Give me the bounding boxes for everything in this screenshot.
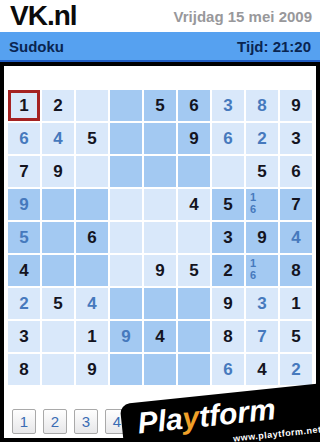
sudoku-cell-r1c5[interactable]: 5 [144, 90, 176, 121]
sudoku-cell-r7c3[interactable]: 4 [76, 288, 108, 319]
sudoku-cell-r9c5[interactable] [144, 354, 176, 385]
sudoku-cell-r9c7[interactable]: 6 [212, 354, 244, 385]
sudoku-cell-r8c4[interactable]: 9 [110, 321, 142, 352]
sudoku-cell-r2c3[interactable]: 5 [76, 123, 108, 154]
sudoku-cell-r1c4[interactable] [110, 90, 142, 121]
timer-label: Tijd: 21:20 [237, 38, 311, 55]
sudoku-cell-r5c8[interactable]: 9 [246, 222, 278, 253]
sudoku-cell-r6c7[interactable]: 2 [212, 255, 244, 286]
sudoku-cell-r2c4[interactable] [110, 123, 142, 154]
sudoku-cell-r6c5[interactable]: 9 [144, 255, 176, 286]
sudoku-cell-r2c9[interactable]: 3 [280, 123, 312, 154]
app-header: VK.nl Vrijdag 15 mei 2009 [0, 0, 320, 32]
sudoku-cell-r3c6[interactable] [178, 156, 210, 187]
sudoku-cell-r8c8[interactable]: 7 [246, 321, 278, 352]
number-button-1[interactable]: 1 [12, 409, 36, 434]
sudoku-cell-r5c5[interactable] [144, 222, 176, 253]
sudoku-cell-r5c7[interactable]: 3 [212, 222, 244, 253]
sudoku-cell-r8c2[interactable] [42, 321, 74, 352]
sudoku-cell-r3c3[interactable] [76, 156, 108, 187]
sudoku-cell-r1c7[interactable]: 3 [212, 90, 244, 121]
sudoku-cell-r1c3[interactable] [76, 90, 108, 121]
sudoku-cell-r4c5[interactable] [144, 189, 176, 220]
sudoku-cell-r3c5[interactable] [144, 156, 176, 187]
sudoku-cell-r1c8[interactable]: 8 [246, 90, 278, 121]
sudoku-cell-r1c6[interactable]: 6 [178, 90, 210, 121]
sudoku-cell-r5c9[interactable]: 4 [280, 222, 312, 253]
sudoku-cell-r7c8[interactable]: 3 [246, 288, 278, 319]
sudoku-cell-r4c7[interactable]: 5 [212, 189, 244, 220]
sudoku-cell-r8c9[interactable]: 5 [280, 321, 312, 352]
sudoku-cell-r9c1[interactable]: 8 [8, 354, 40, 385]
sudoku-cell-r4c9[interactable]: 7 [280, 189, 312, 220]
sudoku-cell-r5c4[interactable] [110, 222, 142, 253]
sudoku-cell-r3c1[interactable]: 7 [8, 156, 40, 187]
sudoku-cell-r8c7[interactable]: 8 [212, 321, 244, 352]
sudoku-cell-r2c6[interactable]: 9 [178, 123, 210, 154]
game-area: 1256389645962379569451 675639449521 6825… [4, 66, 316, 438]
sudoku-cell-r4c4[interactable] [110, 189, 142, 220]
date-label: Vrijdag 15 mei 2009 [174, 8, 312, 25]
sudoku-cell-r1c1[interactable]: 1 [8, 90, 40, 121]
game-frame: 1256389645962379569451 675639449521 6825… [0, 62, 320, 442]
sudoku-cell-r2c8[interactable]: 2 [246, 123, 278, 154]
sudoku-cell-r3c7[interactable] [212, 156, 244, 187]
sudoku-cell-r6c3[interactable] [76, 255, 108, 286]
sudoku-cell-r3c4[interactable] [110, 156, 142, 187]
sudoku-cell-r7c6[interactable] [178, 288, 210, 319]
sudoku-cell-r4c1[interactable]: 9 [8, 189, 40, 220]
sudoku-cell-r6c4[interactable] [110, 255, 142, 286]
sudoku-cell-r5c6[interactable] [178, 222, 210, 253]
sudoku-cell-r8c6[interactable] [178, 321, 210, 352]
sudoku-cell-r4c2[interactable] [42, 189, 74, 220]
sudoku-cell-r4c8[interactable]: 1 6 [246, 189, 278, 220]
sudoku-cell-r6c6[interactable]: 5 [178, 255, 210, 286]
sudoku-cell-r7c7[interactable]: 9 [212, 288, 244, 319]
sudoku-cell-r1c9[interactable]: 9 [280, 90, 312, 121]
number-button-2[interactable]: 2 [43, 409, 67, 434]
sudoku-cell-r8c3[interactable]: 1 [76, 321, 108, 352]
sudoku-cell-r9c3[interactable]: 9 [76, 354, 108, 385]
sudoku-cell-r9c4[interactable] [110, 354, 142, 385]
sudoku-cell-r6c9[interactable]: 8 [280, 255, 312, 286]
sudoku-cell-r4c3[interactable] [76, 189, 108, 220]
vk-logo: VK.nl [10, 0, 77, 32]
sudoku-cell-r5c3[interactable]: 6 [76, 222, 108, 253]
sudoku-cell-r6c1[interactable]: 4 [8, 255, 40, 286]
sudoku-cell-r8c5[interactable]: 4 [144, 321, 176, 352]
sudoku-cell-r8c1[interactable]: 3 [8, 321, 40, 352]
sudoku-cell-r5c1[interactable]: 5 [8, 222, 40, 253]
toolbar: Sudoku Tijd: 21:20 [0, 32, 320, 62]
sudoku-cell-r6c2[interactable] [42, 255, 74, 286]
number-button-3[interactable]: 3 [74, 409, 98, 434]
sudoku-cell-r7c1[interactable]: 2 [8, 288, 40, 319]
sudoku-cell-r2c7[interactable]: 6 [212, 123, 244, 154]
sudoku-cell-r2c5[interactable] [144, 123, 176, 154]
sudoku-cell-r2c2[interactable]: 4 [42, 123, 74, 154]
sudoku-cell-r3c8[interactable]: 5 [246, 156, 278, 187]
sudoku-cell-r7c5[interactable] [144, 288, 176, 319]
sudoku-cell-r9c2[interactable] [42, 354, 74, 385]
sudoku-cell-r3c2[interactable]: 9 [42, 156, 74, 187]
sudoku-cell-r9c8[interactable]: 4 [246, 354, 278, 385]
sudoku-cell-r5c2[interactable] [42, 222, 74, 253]
sudoku-cell-r7c2[interactable]: 5 [42, 288, 74, 319]
sudoku-cell-r3c9[interactable]: 6 [280, 156, 312, 187]
sudoku-cell-r7c4[interactable] [110, 288, 142, 319]
page-title: Sudoku [9, 38, 64, 55]
sudoku-cell-r1c2[interactable]: 2 [42, 90, 74, 121]
sudoku-cell-r4c6[interactable]: 4 [178, 189, 210, 220]
sudoku-cell-r2c1[interactable]: 6 [8, 123, 40, 154]
sudoku-cell-r9c6[interactable] [178, 354, 210, 385]
sudoku-cell-r7c9[interactable]: 1 [280, 288, 312, 319]
sudoku-cell-r9c9[interactable]: 2 [280, 354, 312, 385]
sudoku-board: 1256389645962379569451 675639449521 6825… [8, 90, 312, 385]
sudoku-cell-r6c8[interactable]: 1 6 [246, 255, 278, 286]
